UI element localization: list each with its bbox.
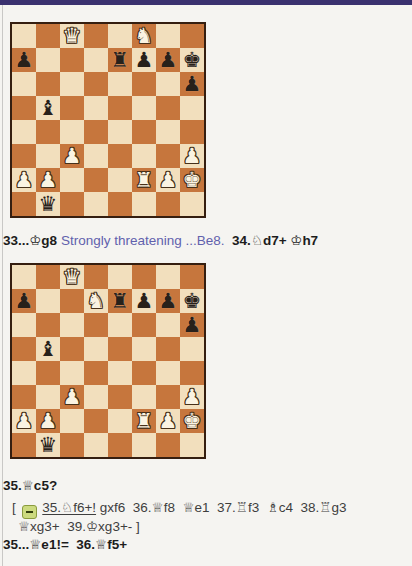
notation-variation-line-1: [ 35.♘f6+! gxf6 36.♕f8 ♕e1 37.♖f3 ♗c4 38… bbox=[12, 499, 346, 517]
square-b1: ♛ bbox=[36, 192, 60, 216]
square-e8 bbox=[108, 24, 132, 48]
black-pawn-f7: ♟ bbox=[135, 48, 154, 72]
square-b4 bbox=[36, 120, 60, 144]
square-d2 bbox=[84, 168, 108, 192]
black-rook-e7: ♜ bbox=[111, 289, 130, 313]
square-e3 bbox=[108, 385, 132, 409]
square-f7: ♟ bbox=[132, 48, 156, 72]
square-f8 bbox=[132, 265, 156, 289]
white-pawn-c3: ♟ bbox=[63, 385, 82, 409]
square-h7: ♚ bbox=[180, 48, 204, 72]
square-b8 bbox=[36, 265, 60, 289]
white-queen-c8: ♛ bbox=[63, 24, 82, 48]
square-a8 bbox=[12, 265, 36, 289]
square-e5 bbox=[108, 337, 132, 361]
square-d8 bbox=[84, 24, 108, 48]
square-e6 bbox=[108, 72, 132, 96]
square-d6 bbox=[84, 313, 108, 337]
square-h3: ♟ bbox=[180, 144, 204, 168]
square-f5 bbox=[132, 96, 156, 120]
chess-diagram-1: ♛♞♟♜♟♟♚♟♝♟♟♟♟♜♟♚♛ bbox=[10, 22, 206, 218]
square-d8 bbox=[84, 265, 108, 289]
square-a5 bbox=[12, 96, 36, 120]
square-c7 bbox=[60, 289, 84, 313]
notation-moves[interactable]: ♕xg3+ 39.♔xg3+- ] bbox=[18, 519, 140, 534]
square-e4 bbox=[108, 361, 132, 385]
square-c7 bbox=[60, 48, 84, 72]
black-pawn-g7: ♟ bbox=[159, 48, 178, 72]
square-e2 bbox=[108, 409, 132, 433]
square-b6 bbox=[36, 313, 60, 337]
white-knight-d7: ♞ bbox=[87, 289, 106, 313]
square-c4 bbox=[60, 361, 84, 385]
minus-glyph bbox=[26, 511, 33, 513]
square-d7 bbox=[84, 48, 108, 72]
black-bishop-b5: ♝ bbox=[39, 337, 58, 361]
square-e2 bbox=[108, 168, 132, 192]
notation-line-35-black: 35...♕e1!= 36.♕f5+ bbox=[3, 536, 127, 554]
square-h4 bbox=[180, 120, 204, 144]
square-d4 bbox=[84, 361, 108, 385]
square-e1 bbox=[108, 192, 132, 216]
square-c2 bbox=[60, 168, 84, 192]
square-a7: ♟ bbox=[12, 289, 36, 313]
chess-diagram-2: ♛♟♞♜♟♟♚♟♝♟♟♟♟♜♟♚♛ bbox=[10, 263, 206, 459]
square-b4 bbox=[36, 361, 60, 385]
notation-moves[interactable]: gxf6 36.♕f8 ♕e1 37.♖f3 ♗c4 38.♖g3 bbox=[96, 500, 346, 515]
window-top-border bbox=[0, 0, 412, 5]
square-g5 bbox=[156, 337, 180, 361]
square-a4 bbox=[12, 120, 36, 144]
square-h6: ♟ bbox=[180, 72, 204, 96]
square-g3 bbox=[156, 144, 180, 168]
black-pawn-a7: ♟ bbox=[15, 289, 34, 313]
square-g7: ♟ bbox=[156, 289, 180, 313]
square-h6: ♟ bbox=[180, 313, 204, 337]
square-c8: ♛ bbox=[60, 24, 84, 48]
square-f7: ♟ bbox=[132, 289, 156, 313]
white-king-h2: ♚ bbox=[183, 168, 202, 192]
notation-moves[interactable]: [ bbox=[12, 500, 20, 515]
square-d4 bbox=[84, 120, 108, 144]
square-d2 bbox=[84, 409, 108, 433]
square-c4 bbox=[60, 120, 84, 144]
square-a1 bbox=[12, 433, 36, 457]
notation-moves[interactable]: 34.♘d7+ ♔h7 bbox=[232, 233, 318, 248]
square-e5 bbox=[108, 96, 132, 120]
square-f2: ♜ bbox=[132, 168, 156, 192]
square-f5 bbox=[132, 337, 156, 361]
square-b2: ♟ bbox=[36, 409, 60, 433]
square-h2: ♚ bbox=[180, 409, 204, 433]
square-h2: ♚ bbox=[180, 168, 204, 192]
white-pawn-a2: ♟ bbox=[15, 168, 34, 192]
square-g2: ♟ bbox=[156, 409, 180, 433]
square-a2: ♟ bbox=[12, 168, 36, 192]
square-h4 bbox=[180, 361, 204, 385]
square-f3 bbox=[132, 385, 156, 409]
white-pawn-b2: ♟ bbox=[39, 409, 58, 433]
square-f1 bbox=[132, 433, 156, 457]
square-g3 bbox=[156, 385, 180, 409]
white-pawn-c3: ♟ bbox=[63, 144, 82, 168]
notation-moves[interactable]: 35.♘f6+! bbox=[42, 500, 96, 515]
square-d3 bbox=[84, 144, 108, 168]
square-f1 bbox=[132, 192, 156, 216]
black-rook-e7: ♜ bbox=[111, 48, 130, 72]
black-queen-b1: ♛ bbox=[39, 192, 58, 216]
square-g6 bbox=[156, 313, 180, 337]
square-b5: ♝ bbox=[36, 96, 60, 120]
square-b3 bbox=[36, 144, 60, 168]
annotation-comment: Strongly threatening ...Be8. bbox=[61, 233, 225, 248]
square-b2: ♟ bbox=[36, 168, 60, 192]
square-e1 bbox=[108, 433, 132, 457]
black-king-h7: ♚ bbox=[183, 48, 202, 72]
square-a3 bbox=[12, 144, 36, 168]
notation-moves[interactable]: 33...♔g8 bbox=[3, 233, 61, 248]
white-pawn-g2: ♟ bbox=[159, 409, 178, 433]
notation-line-33: 33...♔g8 Strongly threatening ...Be8. 34… bbox=[3, 232, 318, 250]
square-c8: ♛ bbox=[60, 265, 84, 289]
square-b5: ♝ bbox=[36, 337, 60, 361]
square-d5 bbox=[84, 96, 108, 120]
square-g1 bbox=[156, 433, 180, 457]
white-pawn-a2: ♟ bbox=[15, 409, 34, 433]
white-pawn-h3: ♟ bbox=[183, 144, 202, 168]
square-h8 bbox=[180, 24, 204, 48]
notation-variation-line-2: ♕xg3+ 39.♔xg3+- ] bbox=[18, 518, 140, 536]
notation-moves[interactable]: 35...♕e1!= 36.♕f5+ bbox=[3, 537, 127, 552]
square-a3 bbox=[12, 385, 36, 409]
notation-moves[interactable] bbox=[225, 233, 233, 248]
square-d1 bbox=[84, 192, 108, 216]
square-h5 bbox=[180, 96, 204, 120]
square-f3 bbox=[132, 144, 156, 168]
square-f8: ♞ bbox=[132, 24, 156, 48]
white-rook-f2: ♜ bbox=[135, 409, 154, 433]
square-g5 bbox=[156, 96, 180, 120]
square-a7: ♟ bbox=[12, 48, 36, 72]
evaluation-icon-minus-box[interactable] bbox=[22, 505, 37, 519]
square-e3 bbox=[108, 144, 132, 168]
square-g4 bbox=[156, 120, 180, 144]
square-e8 bbox=[108, 265, 132, 289]
black-bishop-b5: ♝ bbox=[39, 96, 58, 120]
square-h7: ♚ bbox=[180, 289, 204, 313]
square-g6 bbox=[156, 72, 180, 96]
black-pawn-h6: ♟ bbox=[183, 72, 202, 96]
square-h1 bbox=[180, 192, 204, 216]
square-a8 bbox=[12, 24, 36, 48]
square-b7 bbox=[36, 289, 60, 313]
square-h5 bbox=[180, 337, 204, 361]
square-b7 bbox=[36, 48, 60, 72]
square-h1 bbox=[180, 433, 204, 457]
square-c2 bbox=[60, 409, 84, 433]
square-g7: ♟ bbox=[156, 48, 180, 72]
square-d3 bbox=[84, 385, 108, 409]
square-c5 bbox=[60, 96, 84, 120]
square-f4 bbox=[132, 361, 156, 385]
square-h8 bbox=[180, 265, 204, 289]
square-a5 bbox=[12, 337, 36, 361]
square-c6 bbox=[60, 313, 84, 337]
square-f2: ♜ bbox=[132, 409, 156, 433]
black-pawn-a7: ♟ bbox=[15, 48, 34, 72]
square-e7: ♜ bbox=[108, 48, 132, 72]
square-d1 bbox=[84, 433, 108, 457]
square-c3: ♟ bbox=[60, 385, 84, 409]
black-king-h7: ♚ bbox=[183, 289, 202, 313]
square-d7: ♞ bbox=[84, 289, 108, 313]
square-d5 bbox=[84, 337, 108, 361]
square-f4 bbox=[132, 120, 156, 144]
square-g2: ♟ bbox=[156, 168, 180, 192]
black-pawn-g7: ♟ bbox=[159, 289, 178, 313]
square-g4 bbox=[156, 361, 180, 385]
square-c5 bbox=[60, 337, 84, 361]
square-c3: ♟ bbox=[60, 144, 84, 168]
white-knight-f8: ♞ bbox=[135, 24, 154, 48]
square-d6 bbox=[84, 72, 108, 96]
white-king-h2: ♚ bbox=[183, 409, 202, 433]
white-pawn-g2: ♟ bbox=[159, 168, 178, 192]
square-f6 bbox=[132, 313, 156, 337]
black-pawn-h6: ♟ bbox=[183, 313, 202, 337]
square-c6 bbox=[60, 72, 84, 96]
square-a1 bbox=[12, 192, 36, 216]
white-pawn-b2: ♟ bbox=[39, 168, 58, 192]
square-a2: ♟ bbox=[12, 409, 36, 433]
notation-moves[interactable]: 35.♕c5? bbox=[3, 478, 57, 493]
black-queen-b1: ♛ bbox=[39, 433, 58, 457]
white-rook-f2: ♜ bbox=[135, 168, 154, 192]
square-b3 bbox=[36, 385, 60, 409]
square-a6 bbox=[12, 72, 36, 96]
square-a4 bbox=[12, 361, 36, 385]
square-e7: ♜ bbox=[108, 289, 132, 313]
black-pawn-f7: ♟ bbox=[135, 289, 154, 313]
square-g1 bbox=[156, 192, 180, 216]
square-e6 bbox=[108, 313, 132, 337]
square-c1 bbox=[60, 433, 84, 457]
square-e4 bbox=[108, 120, 132, 144]
square-b6 bbox=[36, 72, 60, 96]
square-g8 bbox=[156, 265, 180, 289]
white-queen-c8: ♛ bbox=[63, 265, 82, 289]
square-g8 bbox=[156, 24, 180, 48]
square-c1 bbox=[60, 192, 84, 216]
white-pawn-h3: ♟ bbox=[183, 385, 202, 409]
square-f6 bbox=[132, 72, 156, 96]
square-b1: ♛ bbox=[36, 433, 60, 457]
notation-line-35-white: 35.♕c5? bbox=[3, 477, 57, 495]
square-a6 bbox=[12, 313, 36, 337]
square-h3: ♟ bbox=[180, 385, 204, 409]
square-b8 bbox=[36, 24, 60, 48]
